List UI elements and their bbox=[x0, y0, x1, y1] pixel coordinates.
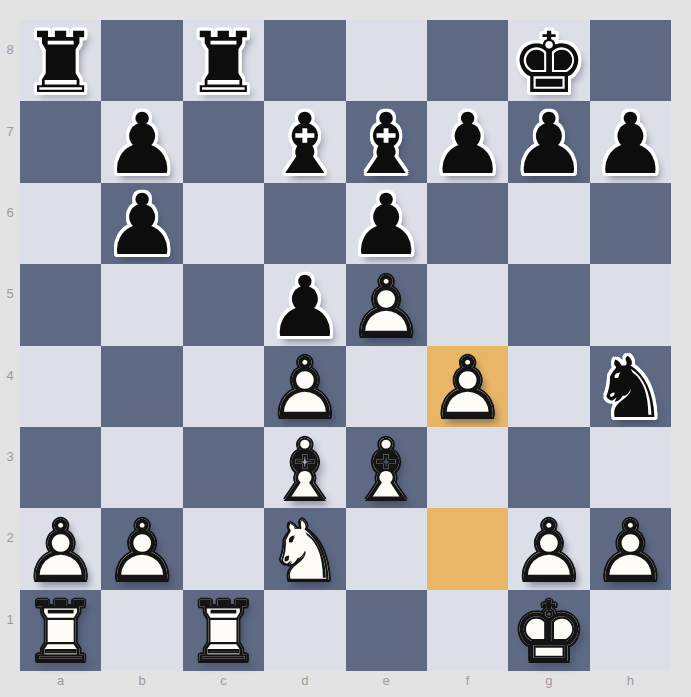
square-c3[interactable] bbox=[183, 427, 264, 508]
piece-black-king[interactable]: ♚ bbox=[508, 20, 589, 101]
piece-black-knight[interactable]: ♞ bbox=[590, 346, 671, 427]
piece-black-bishop[interactable]: ♝ bbox=[346, 101, 427, 182]
square-g2[interactable]: ♟♙ bbox=[508, 508, 589, 589]
square-d4[interactable]: ♟♙ bbox=[264, 346, 345, 427]
square-b6[interactable]: ♟ bbox=[101, 183, 182, 264]
square-g1[interactable]: ♚♔ bbox=[508, 590, 589, 671]
piece-white-pawn[interactable]: ♟♙ bbox=[590, 508, 671, 589]
piece-black-pawn[interactable]: ♟ bbox=[101, 101, 182, 182]
square-c7[interactable] bbox=[183, 101, 264, 182]
square-a6[interactable] bbox=[20, 183, 101, 264]
square-c8[interactable]: ♜ bbox=[183, 20, 264, 101]
square-h8[interactable] bbox=[590, 20, 671, 101]
square-f1[interactable] bbox=[427, 590, 508, 671]
square-e1[interactable] bbox=[346, 590, 427, 671]
piece-white-bishop[interactable]: ♝♗ bbox=[264, 427, 345, 508]
piece-black-pawn[interactable]: ♟ bbox=[264, 264, 345, 345]
square-g8[interactable]: ♚ bbox=[508, 20, 589, 101]
file-labels: abcdefgh bbox=[20, 671, 671, 697]
file-label-c: c bbox=[183, 671, 264, 697]
page-background: 87654321 ♜♜♚♟♝♝♟♟♟♟♟♟♟♙♟♙♟♙♞♝♗♝♗♟♙♟♙♞♘♟♙… bbox=[0, 0, 691, 697]
square-f7[interactable]: ♟ bbox=[427, 101, 508, 182]
square-d6[interactable] bbox=[264, 183, 345, 264]
rank-label-7: 7 bbox=[0, 90, 20, 171]
file-label-a: a bbox=[20, 671, 101, 697]
square-c1[interactable]: ♜♖ bbox=[183, 590, 264, 671]
piece-white-pawn[interactable]: ♟♙ bbox=[264, 346, 345, 427]
square-a3[interactable] bbox=[20, 427, 101, 508]
square-f3[interactable] bbox=[427, 427, 508, 508]
piece-black-pawn[interactable]: ♟ bbox=[101, 183, 182, 264]
rank-label-2: 2 bbox=[0, 497, 20, 578]
piece-black-rook[interactable]: ♜ bbox=[183, 20, 264, 101]
piece-black-pawn[interactable]: ♟ bbox=[508, 101, 589, 182]
rank-label-4: 4 bbox=[0, 335, 20, 416]
piece-white-bishop[interactable]: ♝♗ bbox=[346, 427, 427, 508]
square-c6[interactable] bbox=[183, 183, 264, 264]
chess-board[interactable]: ♜♜♚♟♝♝♟♟♟♟♟♟♟♙♟♙♟♙♞♝♗♝♗♟♙♟♙♞♘♟♙♟♙♜♖♜♖♚♔ bbox=[20, 20, 671, 671]
piece-white-rook[interactable]: ♜♖ bbox=[20, 590, 101, 671]
rank-label-6: 6 bbox=[0, 172, 20, 253]
rank-label-1: 1 bbox=[0, 579, 20, 660]
square-h7[interactable]: ♟ bbox=[590, 101, 671, 182]
square-g4[interactable] bbox=[508, 346, 589, 427]
square-c2[interactable] bbox=[183, 508, 264, 589]
square-h6[interactable] bbox=[590, 183, 671, 264]
piece-white-rook[interactable]: ♜♖ bbox=[183, 590, 264, 671]
piece-white-knight[interactable]: ♞♘ bbox=[264, 508, 345, 589]
square-a1[interactable]: ♜♖ bbox=[20, 590, 101, 671]
square-a8[interactable]: ♜ bbox=[20, 20, 101, 101]
square-g6[interactable] bbox=[508, 183, 589, 264]
square-d2[interactable]: ♞♘ bbox=[264, 508, 345, 589]
file-label-b: b bbox=[101, 671, 182, 697]
square-e4[interactable] bbox=[346, 346, 427, 427]
piece-black-pawn[interactable]: ♟ bbox=[346, 183, 427, 264]
square-c5[interactable] bbox=[183, 264, 264, 345]
square-e3[interactable]: ♝♗ bbox=[346, 427, 427, 508]
square-b5[interactable] bbox=[101, 264, 182, 345]
square-e8[interactable] bbox=[346, 20, 427, 101]
square-e6[interactable]: ♟ bbox=[346, 183, 427, 264]
square-a5[interactable] bbox=[20, 264, 101, 345]
piece-white-pawn[interactable]: ♟♙ bbox=[20, 508, 101, 589]
file-label-g: g bbox=[508, 671, 589, 697]
square-h5[interactable] bbox=[590, 264, 671, 345]
square-a4[interactable] bbox=[20, 346, 101, 427]
square-b3[interactable] bbox=[101, 427, 182, 508]
square-d8[interactable] bbox=[264, 20, 345, 101]
square-b7[interactable]: ♟ bbox=[101, 101, 182, 182]
file-label-e: e bbox=[346, 671, 427, 697]
file-label-d: d bbox=[264, 671, 345, 697]
piece-black-rook[interactable]: ♜ bbox=[20, 20, 101, 101]
square-f2[interactable] bbox=[427, 508, 508, 589]
square-f6[interactable] bbox=[427, 183, 508, 264]
rank-label-3: 3 bbox=[0, 416, 20, 497]
square-g3[interactable] bbox=[508, 427, 589, 508]
square-b4[interactable] bbox=[101, 346, 182, 427]
piece-white-pawn[interactable]: ♟♙ bbox=[427, 346, 508, 427]
piece-black-bishop[interactable]: ♝ bbox=[264, 101, 345, 182]
square-a7[interactable] bbox=[20, 101, 101, 182]
square-a2[interactable]: ♟♙ bbox=[20, 508, 101, 589]
square-d7[interactable]: ♝ bbox=[264, 101, 345, 182]
piece-white-pawn[interactable]: ♟♙ bbox=[346, 264, 427, 345]
piece-white-king[interactable]: ♚♔ bbox=[508, 590, 589, 671]
square-h4[interactable]: ♞ bbox=[590, 346, 671, 427]
piece-white-pawn[interactable]: ♟♙ bbox=[508, 508, 589, 589]
square-d5[interactable]: ♟ bbox=[264, 264, 345, 345]
rank-labels: 87654321 bbox=[0, 20, 20, 671]
square-b2[interactable]: ♟♙ bbox=[101, 508, 182, 589]
file-label-f: f bbox=[427, 671, 508, 697]
square-d1[interactable] bbox=[264, 590, 345, 671]
piece-white-pawn[interactable]: ♟♙ bbox=[101, 508, 182, 589]
square-e5[interactable]: ♟♙ bbox=[346, 264, 427, 345]
square-h3[interactable] bbox=[590, 427, 671, 508]
square-e7[interactable]: ♝ bbox=[346, 101, 427, 182]
square-e2[interactable] bbox=[346, 508, 427, 589]
square-g7[interactable]: ♟ bbox=[508, 101, 589, 182]
square-b8[interactable] bbox=[101, 20, 182, 101]
square-f8[interactable] bbox=[427, 20, 508, 101]
square-b1[interactable] bbox=[101, 590, 182, 671]
rank-label-5: 5 bbox=[0, 253, 20, 334]
square-g5[interactable] bbox=[508, 264, 589, 345]
square-c4[interactable] bbox=[183, 346, 264, 427]
square-h1[interactable] bbox=[590, 590, 671, 671]
square-h2[interactable]: ♟♙ bbox=[590, 508, 671, 589]
square-f4[interactable]: ♟♙ bbox=[427, 346, 508, 427]
file-label-h: h bbox=[590, 671, 671, 697]
square-d3[interactable]: ♝♗ bbox=[264, 427, 345, 508]
piece-black-pawn[interactable]: ♟ bbox=[590, 101, 671, 182]
square-f5[interactable] bbox=[427, 264, 508, 345]
rank-label-8: 8 bbox=[0, 9, 20, 90]
piece-black-pawn[interactable]: ♟ bbox=[427, 101, 508, 182]
